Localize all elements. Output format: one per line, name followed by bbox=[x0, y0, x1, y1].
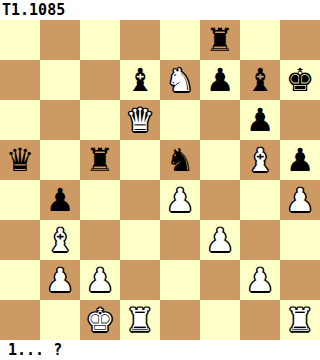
square-d4[interactable] bbox=[120, 180, 160, 220]
black-knight-piece: ♞ bbox=[160, 140, 200, 180]
square-g1[interactable] bbox=[240, 300, 280, 340]
square-c4[interactable] bbox=[80, 180, 120, 220]
black-rook-piece: ♜ bbox=[200, 20, 240, 60]
square-b5[interactable] bbox=[40, 140, 80, 180]
white-pawn-piece: ♟ bbox=[200, 220, 240, 260]
square-b8[interactable] bbox=[40, 20, 80, 60]
black-bishop-piece: ♝ bbox=[120, 60, 160, 100]
square-d8[interactable] bbox=[120, 20, 160, 60]
square-a3[interactable] bbox=[0, 220, 40, 260]
square-d7[interactable]: ♝ bbox=[120, 60, 160, 100]
square-b3[interactable]: ♝ bbox=[40, 220, 80, 260]
move-prompt: 1... ? bbox=[0, 340, 320, 360]
black-pawn-piece: ♟ bbox=[280, 140, 320, 180]
black-pawn-piece: ♟ bbox=[40, 180, 80, 220]
square-g4[interactable] bbox=[240, 180, 280, 220]
white-pawn-piece: ♟ bbox=[40, 260, 80, 300]
black-pawn-piece: ♟ bbox=[240, 100, 280, 140]
black-pawn-piece: ♟ bbox=[200, 60, 240, 100]
square-f4[interactable] bbox=[200, 180, 240, 220]
square-f1[interactable] bbox=[200, 300, 240, 340]
square-c1[interactable]: ♚ bbox=[80, 300, 120, 340]
square-a8[interactable] bbox=[0, 20, 40, 60]
square-d6[interactable]: ♛ bbox=[120, 100, 160, 140]
puzzle-id: T1.1085 bbox=[0, 0, 320, 20]
square-b4[interactable]: ♟ bbox=[40, 180, 80, 220]
white-pawn-piece: ♟ bbox=[160, 180, 200, 220]
white-pawn-piece: ♟ bbox=[80, 260, 120, 300]
white-pawn-piece: ♟ bbox=[280, 180, 320, 220]
square-b1[interactable] bbox=[40, 300, 80, 340]
square-h6[interactable] bbox=[280, 100, 320, 140]
square-g5[interactable]: ♝ bbox=[240, 140, 280, 180]
square-c2[interactable]: ♟ bbox=[80, 260, 120, 300]
square-c7[interactable] bbox=[80, 60, 120, 100]
chess-board: ♜♝♞♟♝♚♛♟♛♜♞♝♟♟♟♟♝♟♟♟♟♚♜♜ bbox=[0, 20, 320, 340]
square-a5[interactable]: ♛ bbox=[0, 140, 40, 180]
white-pawn-piece: ♟ bbox=[240, 260, 280, 300]
square-f8[interactable]: ♜ bbox=[200, 20, 240, 60]
square-h3[interactable] bbox=[280, 220, 320, 260]
square-h1[interactable]: ♜ bbox=[280, 300, 320, 340]
square-e5[interactable]: ♞ bbox=[160, 140, 200, 180]
square-e4[interactable]: ♟ bbox=[160, 180, 200, 220]
square-a4[interactable] bbox=[0, 180, 40, 220]
square-g8[interactable] bbox=[240, 20, 280, 60]
square-h8[interactable] bbox=[280, 20, 320, 60]
square-b2[interactable]: ♟ bbox=[40, 260, 80, 300]
black-king-piece: ♚ bbox=[280, 60, 320, 100]
square-f3[interactable]: ♟ bbox=[200, 220, 240, 260]
white-king-piece: ♚ bbox=[80, 300, 120, 340]
white-rook-piece: ♜ bbox=[120, 300, 160, 340]
square-e2[interactable] bbox=[160, 260, 200, 300]
white-bishop-piece: ♝ bbox=[40, 220, 80, 260]
square-f5[interactable] bbox=[200, 140, 240, 180]
black-rook-piece: ♜ bbox=[80, 140, 120, 180]
square-a7[interactable] bbox=[0, 60, 40, 100]
square-d5[interactable] bbox=[120, 140, 160, 180]
square-h7[interactable]: ♚ bbox=[280, 60, 320, 100]
white-queen-piece: ♛ bbox=[120, 100, 160, 140]
square-g7[interactable]: ♝ bbox=[240, 60, 280, 100]
square-d1[interactable]: ♜ bbox=[120, 300, 160, 340]
square-a6[interactable] bbox=[0, 100, 40, 140]
chess-puzzle-app: T1.1085 ♜♝♞♟♝♚♛♟♛♜♞♝♟♟♟♟♝♟♟♟♟♚♜♜ 1... ? bbox=[0, 0, 320, 360]
square-e7[interactable]: ♞ bbox=[160, 60, 200, 100]
square-b6[interactable] bbox=[40, 100, 80, 140]
square-a2[interactable] bbox=[0, 260, 40, 300]
square-d3[interactable] bbox=[120, 220, 160, 260]
square-f2[interactable] bbox=[200, 260, 240, 300]
square-h5[interactable]: ♟ bbox=[280, 140, 320, 180]
square-g2[interactable]: ♟ bbox=[240, 260, 280, 300]
square-e8[interactable] bbox=[160, 20, 200, 60]
square-b7[interactable] bbox=[40, 60, 80, 100]
square-c6[interactable] bbox=[80, 100, 120, 140]
white-bishop-piece: ♝ bbox=[240, 140, 280, 180]
square-g6[interactable]: ♟ bbox=[240, 100, 280, 140]
square-e6[interactable] bbox=[160, 100, 200, 140]
square-e3[interactable] bbox=[160, 220, 200, 260]
square-g3[interactable] bbox=[240, 220, 280, 260]
square-h4[interactable]: ♟ bbox=[280, 180, 320, 220]
square-f7[interactable]: ♟ bbox=[200, 60, 240, 100]
white-knight-piece: ♞ bbox=[160, 60, 200, 100]
square-e1[interactable] bbox=[160, 300, 200, 340]
black-queen-piece: ♛ bbox=[0, 140, 40, 180]
square-f6[interactable] bbox=[200, 100, 240, 140]
square-d2[interactable] bbox=[120, 260, 160, 300]
square-c5[interactable]: ♜ bbox=[80, 140, 120, 180]
square-c3[interactable] bbox=[80, 220, 120, 260]
black-bishop-piece: ♝ bbox=[240, 60, 280, 100]
white-rook-piece: ♜ bbox=[280, 300, 320, 340]
square-h2[interactable] bbox=[280, 260, 320, 300]
square-c8[interactable] bbox=[80, 20, 120, 60]
square-a1[interactable] bbox=[0, 300, 40, 340]
